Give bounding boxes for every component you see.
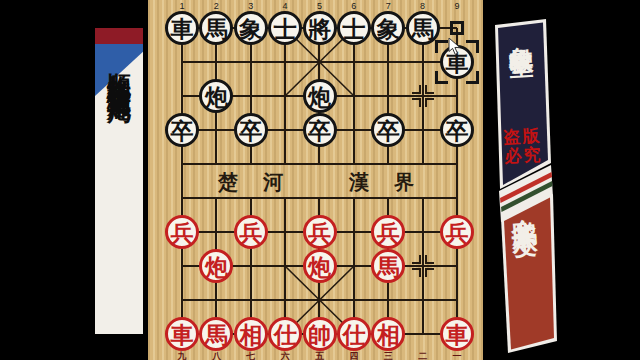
piece-black[interactable]: 卒	[165, 113, 199, 147]
file-label-bottom: 一	[453, 350, 462, 360]
piece-red[interactable]: 兵	[165, 215, 199, 249]
piece-red[interactable]: 炮	[303, 249, 337, 283]
file-label-top: 3	[248, 1, 253, 11]
piece-black[interactable]: 士	[268, 11, 302, 45]
piece-red[interactable]: 帥	[303, 317, 337, 351]
piece-black[interactable]: 卒	[371, 113, 405, 147]
crosshair-marker	[412, 85, 434, 107]
file-label-bottom: 三	[384, 350, 393, 360]
file-label-bottom: 七	[246, 350, 255, 360]
piece-red[interactable]: 兵	[234, 215, 268, 249]
file-label-bottom: 九	[178, 350, 187, 360]
piece-black[interactable]: 車	[165, 11, 199, 45]
piracy-warning: 盗版必究	[502, 126, 544, 166]
file-label-top: 2	[214, 1, 219, 11]
crosshair-corner	[425, 85, 434, 94]
piece-red[interactable]: 車	[165, 317, 199, 351]
piece-black[interactable]: 卒	[440, 113, 474, 147]
piece-black[interactable]: 將	[303, 11, 337, 45]
crosshair-corner	[425, 98, 434, 107]
piece-black[interactable]: 卒	[234, 113, 268, 147]
file-label-bottom: 五	[315, 350, 324, 360]
file-label-bottom: 四	[349, 350, 358, 360]
piece-black[interactable]: 象	[234, 11, 268, 45]
file-label-top: 4	[283, 1, 288, 11]
file-label-top: 8	[420, 1, 425, 11]
studio-title: 象棋教室	[507, 26, 536, 131]
file-label-bottom: 二	[418, 350, 427, 360]
file-label-top: 7	[386, 1, 391, 11]
file-label-top: 6	[351, 1, 356, 11]
piece-red[interactable]: 兵	[303, 215, 337, 249]
piece-red[interactable]: 仕	[268, 317, 302, 351]
file-label-top: 9	[454, 1, 459, 11]
piece-black[interactable]: 馬	[406, 11, 440, 45]
piece-black[interactable]: 炮	[303, 79, 337, 113]
piece-red[interactable]: 兵	[371, 215, 405, 249]
crosshair-corner	[412, 98, 421, 107]
piece-red[interactable]: 仕	[337, 317, 371, 351]
file-label-bottom: 六	[281, 350, 290, 360]
piece-black[interactable]: 卒	[303, 113, 337, 147]
piece-red[interactable]: 相	[371, 317, 405, 351]
series-title: 金鹏十八变	[509, 198, 546, 348]
mouse-cursor-icon	[448, 38, 461, 56]
piece-black[interactable]: 士	[337, 11, 371, 45]
file-label-top: 1	[179, 1, 184, 11]
crosshair-marker	[412, 255, 434, 277]
file-label-top: 5	[317, 1, 322, 11]
from-square-marker	[450, 21, 464, 35]
piece-red[interactable]: 車	[440, 317, 474, 351]
crosshair-corner	[412, 255, 421, 264]
piece-black[interactable]: 象	[371, 11, 405, 45]
crosshair-corner	[412, 268, 421, 277]
crosshair-corner	[412, 85, 421, 94]
piece-red[interactable]: 相	[234, 317, 268, 351]
crosshair-corner	[425, 268, 434, 277]
piece-red[interactable]: 馬	[371, 249, 405, 283]
studio-title-wrap: 象棋教室	[497, 26, 546, 132]
file-label-bottom: 八	[212, 350, 221, 360]
video-frame: 顺炮横车破直车用炮局	[0, 0, 640, 360]
crosshair-corner	[425, 255, 434, 264]
piece-red[interactable]: 兵	[440, 215, 474, 249]
